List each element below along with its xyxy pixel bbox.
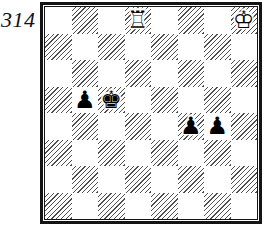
square-h1 — [231, 193, 258, 220]
square-f6 — [178, 60, 205, 87]
chess-board: ♜♖♚♔♟♟♚♚♟♟♟♟ — [40, 2, 262, 224]
square-g5 — [204, 87, 231, 114]
square-a6 — [45, 60, 72, 87]
square-h5 — [231, 87, 258, 114]
square-f5 — [178, 87, 205, 114]
square-d3 — [125, 140, 152, 167]
square-c4 — [98, 113, 125, 140]
square-c1 — [98, 193, 125, 220]
square-b6 — [72, 60, 99, 87]
square-a2 — [45, 166, 72, 193]
piece-black-pawn-g4: ♟♟ — [204, 113, 231, 140]
square-a5 — [45, 87, 72, 114]
diagram-number: 314 — [1, 9, 39, 31]
square-f1 — [178, 193, 205, 220]
square-d5 — [125, 87, 152, 114]
square-g2 — [204, 166, 231, 193]
piece-glyph: ♟ — [204, 113, 231, 140]
square-f4: ♟♟ — [178, 113, 205, 140]
square-a8 — [45, 7, 72, 34]
square-b1 — [72, 193, 99, 220]
square-b3 — [72, 140, 99, 167]
square-g3 — [204, 140, 231, 167]
square-h7 — [231, 34, 258, 61]
square-h8: ♚♔ — [231, 7, 258, 34]
square-b4 — [72, 113, 99, 140]
square-e2 — [151, 166, 178, 193]
square-d8: ♜♖ — [125, 7, 152, 34]
page: { "diagram": { "number": "314" }, "game"… — [0, 0, 266, 226]
square-e7 — [151, 34, 178, 61]
square-d4 — [125, 113, 152, 140]
piece-glyph: ♚ — [98, 86, 125, 113]
square-d6 — [125, 60, 152, 87]
square-a1 — [45, 193, 72, 220]
square-c5: ♚♚ — [98, 87, 125, 114]
square-g1 — [204, 193, 231, 220]
square-c2 — [98, 166, 125, 193]
square-c6 — [98, 60, 125, 87]
square-b2 — [72, 166, 99, 193]
square-e6 — [151, 60, 178, 87]
square-a4 — [45, 113, 72, 140]
square-f2 — [178, 166, 205, 193]
square-c3 — [98, 140, 125, 167]
square-c7 — [98, 34, 125, 61]
chess-board-grid: ♜♖♚♔♟♟♚♚♟♟♟♟ — [45, 7, 257, 219]
piece-white-king-h8: ♚♔ — [231, 7, 258, 34]
square-d7 — [125, 34, 152, 61]
piece-glyph: ♖ — [125, 7, 152, 34]
square-c8 — [98, 7, 125, 34]
square-g4: ♟♟ — [204, 113, 231, 140]
square-f3 — [178, 140, 205, 167]
piece-black-pawn-f4: ♟♟ — [178, 113, 205, 140]
square-g7 — [204, 34, 231, 61]
square-e4 — [151, 113, 178, 140]
square-b5: ♟♟ — [72, 87, 99, 114]
piece-black-king-c5: ♚♚ — [98, 87, 125, 114]
square-d1 — [125, 193, 152, 220]
square-e3 — [151, 140, 178, 167]
square-e8 — [151, 7, 178, 34]
piece-glyph: ♟ — [72, 86, 99, 113]
piece-glyph: ♔ — [231, 7, 258, 34]
square-b7 — [72, 34, 99, 61]
square-d2 — [125, 166, 152, 193]
square-h6 — [231, 60, 258, 87]
piece-glyph: ♟ — [178, 113, 205, 140]
square-b8 — [72, 7, 99, 34]
square-e1 — [151, 193, 178, 220]
piece-white-rook-d8: ♜♖ — [125, 7, 152, 34]
square-a3 — [45, 140, 72, 167]
square-e5 — [151, 87, 178, 114]
square-g6 — [204, 60, 231, 87]
square-h2 — [231, 166, 258, 193]
square-h3 — [231, 140, 258, 167]
square-a7 — [45, 34, 72, 61]
square-f8 — [178, 7, 205, 34]
chess-board-inner-border: ♜♖♚♔♟♟♚♚♟♟♟♟ — [44, 6, 258, 220]
square-f7 — [178, 34, 205, 61]
piece-black-pawn-b5: ♟♟ — [72, 87, 99, 114]
square-h4 — [231, 113, 258, 140]
square-g8 — [204, 7, 231, 34]
